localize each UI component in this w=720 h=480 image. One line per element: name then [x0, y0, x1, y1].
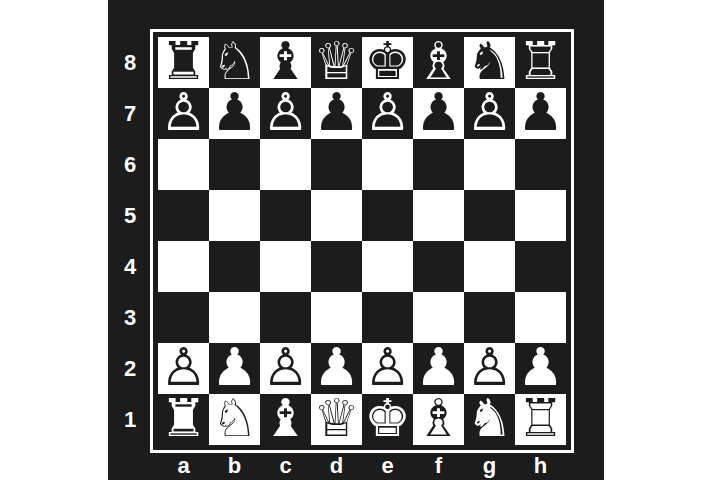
square-g6[interactable] [464, 139, 515, 190]
square-d2[interactable]: ♟ [311, 343, 362, 394]
square-f5[interactable] [413, 190, 464, 241]
square-d5[interactable] [311, 190, 362, 241]
king-piece: ♚ [364, 35, 411, 87]
pawn-piece: ♟ [517, 341, 564, 393]
pawn-piece: ♟ [415, 86, 462, 138]
square-h5[interactable] [515, 190, 566, 241]
file-label-c: c [260, 452, 311, 479]
square-e8[interactable]: ♚ [362, 37, 413, 88]
knight-piece: ♞ [466, 35, 513, 87]
square-c8[interactable]: ♝ [260, 37, 311, 88]
square-a2[interactable]: ♙ [158, 343, 209, 394]
pawn-piece: ♟ [313, 341, 360, 393]
square-c2[interactable]: ♙ [260, 343, 311, 394]
pawn-piece: ♟ [517, 86, 564, 138]
rank-label-1: 1 [114, 394, 146, 445]
square-h8[interactable]: ♖ [515, 37, 566, 88]
square-e5[interactable] [362, 190, 413, 241]
square-f6[interactable] [413, 139, 464, 190]
square-a7[interactable]: ♙ [158, 88, 209, 139]
bishop-piece: ♗ [415, 35, 462, 87]
file-label-e: e [362, 452, 413, 479]
file-label-g: g [464, 452, 515, 479]
square-f1[interactable]: ♗ [413, 394, 464, 445]
knight-piece: ♞ [466, 392, 513, 444]
rook-piece: ♜ [160, 35, 207, 87]
pawn-piece: ♙ [466, 341, 513, 393]
square-e3[interactable] [362, 292, 413, 343]
queen-piece: ♕ [313, 392, 360, 444]
pawn-piece: ♙ [364, 341, 411, 393]
square-d3[interactable] [311, 292, 362, 343]
square-f3[interactable] [413, 292, 464, 343]
file-label-h: h [515, 452, 566, 479]
square-c7[interactable]: ♙ [260, 88, 311, 139]
bishop-piece: ♝ [262, 392, 309, 444]
square-c1[interactable]: ♝ [260, 394, 311, 445]
file-label-a: a [158, 452, 209, 479]
square-g2[interactable]: ♙ [464, 343, 515, 394]
file-label-b: b [209, 452, 260, 479]
square-d7[interactable]: ♟ [311, 88, 362, 139]
square-a6[interactable] [158, 139, 209, 190]
rank-label-7: 7 [114, 88, 146, 139]
square-h4[interactable] [515, 241, 566, 292]
square-b1[interactable]: ♘ [209, 394, 260, 445]
square-d6[interactable] [311, 139, 362, 190]
square-h7[interactable]: ♟ [515, 88, 566, 139]
chess-board: ♜♘♝♕♚♗♞♖♙♟♙♟♙♟♙♟♙♟♙♟♙♟♙♟♜♘♝♕♚♗♞♖ [150, 29, 574, 453]
square-a8[interactable]: ♜ [158, 37, 209, 88]
square-f7[interactable]: ♟ [413, 88, 464, 139]
square-a5[interactable] [158, 190, 209, 241]
square-c5[interactable] [260, 190, 311, 241]
square-h6[interactable] [515, 139, 566, 190]
square-b3[interactable] [209, 292, 260, 343]
square-e1[interactable]: ♚ [362, 394, 413, 445]
rank-label-5: 5 [114, 190, 146, 241]
file-label-f: f [413, 452, 464, 479]
square-e4[interactable] [362, 241, 413, 292]
square-g8[interactable]: ♞ [464, 37, 515, 88]
square-c3[interactable] [260, 292, 311, 343]
rank-label-4: 4 [114, 241, 146, 292]
pawn-piece: ♟ [211, 341, 258, 393]
pawn-piece: ♙ [364, 86, 411, 138]
board-grid: ♜♘♝♕♚♗♞♖♙♟♙♟♙♟♙♟♙♟♙♟♙♟♙♟♜♘♝♕♚♗♞♖ [158, 37, 566, 445]
knight-piece: ♘ [211, 35, 258, 87]
square-e6[interactable] [362, 139, 413, 190]
square-h3[interactable] [515, 292, 566, 343]
bishop-piece: ♝ [262, 35, 309, 87]
square-h1[interactable]: ♖ [515, 394, 566, 445]
square-f8[interactable]: ♗ [413, 37, 464, 88]
rank-label-3: 3 [114, 292, 146, 343]
square-f2[interactable]: ♟ [413, 343, 464, 394]
king-piece: ♚ [364, 392, 411, 444]
rank-label-6: 6 [114, 139, 146, 190]
square-c4[interactable] [260, 241, 311, 292]
board-panel: 87654321 ♜♘♝♕♚♗♞♖♙♟♙♟♙♟♙♟♙♟♙♟♙♟♙♟♜♘♝♕♚♗♞… [108, 0, 604, 480]
bishop-piece: ♗ [415, 392, 462, 444]
rank-label-2: 2 [114, 343, 146, 394]
square-g7[interactable]: ♙ [464, 88, 515, 139]
square-b5[interactable] [209, 190, 260, 241]
square-b2[interactable]: ♟ [209, 343, 260, 394]
square-a3[interactable] [158, 292, 209, 343]
square-g3[interactable] [464, 292, 515, 343]
pawn-piece: ♟ [313, 86, 360, 138]
pawn-piece: ♙ [160, 86, 207, 138]
pawn-piece: ♙ [160, 341, 207, 393]
square-a1[interactable]: ♜ [158, 394, 209, 445]
knight-piece: ♘ [211, 392, 258, 444]
pawn-piece: ♙ [262, 86, 309, 138]
square-d1[interactable]: ♕ [311, 394, 362, 445]
square-b6[interactable] [209, 139, 260, 190]
rank-labels: 87654321 [114, 37, 146, 445]
file-label-d: d [311, 452, 362, 479]
pawn-piece: ♙ [262, 341, 309, 393]
square-f4[interactable] [413, 241, 464, 292]
square-g1[interactable]: ♞ [464, 394, 515, 445]
file-labels: abcdefgh [158, 452, 566, 479]
pawn-piece: ♟ [211, 86, 258, 138]
square-a4[interactable] [158, 241, 209, 292]
square-g4[interactable] [464, 241, 515, 292]
rank-label-8: 8 [114, 37, 146, 88]
square-b7[interactable]: ♟ [209, 88, 260, 139]
queen-piece: ♕ [313, 35, 360, 87]
square-b4[interactable] [209, 241, 260, 292]
square-b8[interactable]: ♘ [209, 37, 260, 88]
rook-piece: ♖ [517, 392, 564, 444]
rook-piece: ♜ [160, 392, 207, 444]
square-e7[interactable]: ♙ [362, 88, 413, 139]
pawn-piece: ♙ [466, 86, 513, 138]
pawn-piece: ♟ [415, 341, 462, 393]
square-h2[interactable]: ♟ [515, 343, 566, 394]
square-d4[interactable] [311, 241, 362, 292]
square-e2[interactable]: ♙ [362, 343, 413, 394]
square-g5[interactable] [464, 190, 515, 241]
rook-piece: ♖ [517, 35, 564, 87]
square-c6[interactable] [260, 139, 311, 190]
square-d8[interactable]: ♕ [311, 37, 362, 88]
